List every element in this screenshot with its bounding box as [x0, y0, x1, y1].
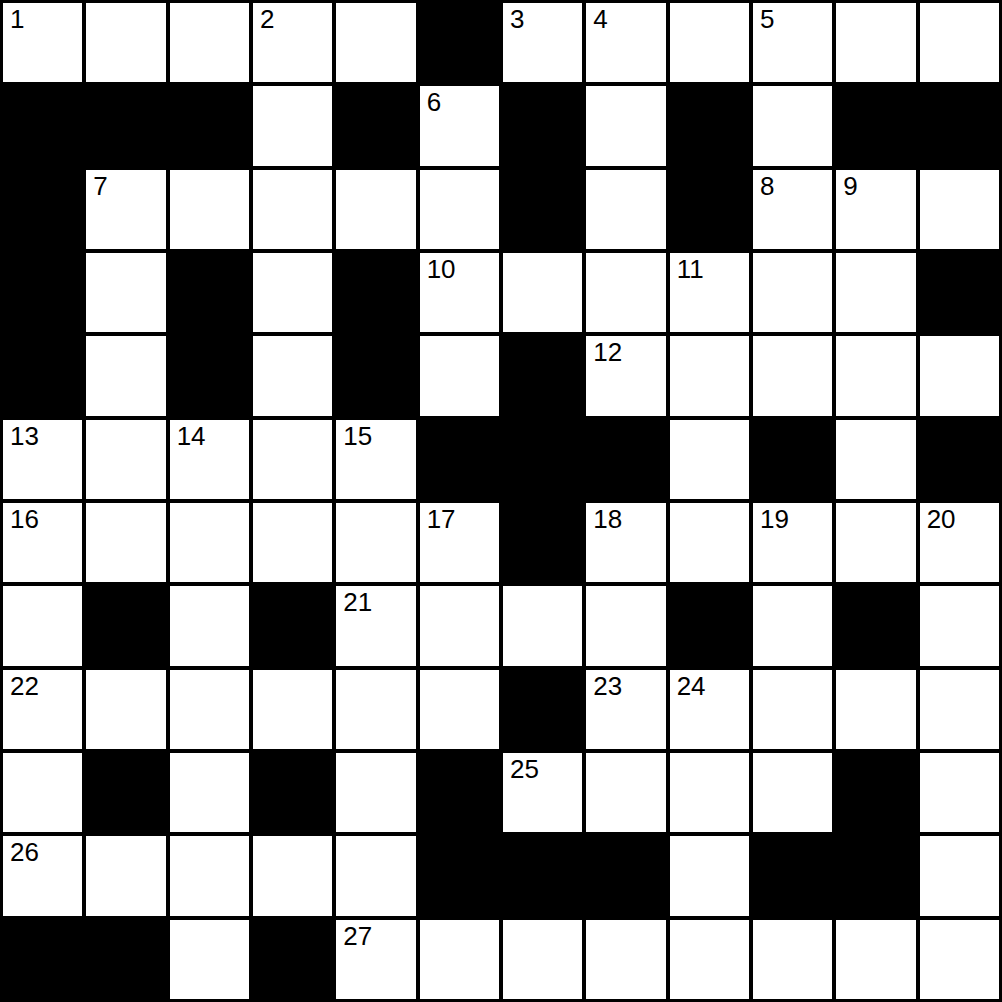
blocked-cell-r4c6 — [503, 336, 582, 415]
blocked-cell-r5c11 — [920, 420, 999, 499]
clue-number: 26 — [10, 838, 39, 867]
blocked-cell-r4c4 — [336, 336, 415, 415]
cell-r0c2[interactable] — [170, 3, 249, 82]
clue-number: 25 — [510, 755, 539, 784]
clue-number: 18 — [593, 505, 622, 534]
clue-number: 2 — [260, 5, 274, 34]
blocked-cell-r9c1 — [86, 753, 165, 832]
blocked-cell-r10c9 — [753, 836, 832, 915]
blocked-cell-r1c10 — [836, 86, 915, 165]
cell-r3c5[interactable]: 10 — [420, 253, 499, 332]
cell-r11c2[interactable] — [170, 920, 249, 999]
cell-r5c10[interactable] — [836, 420, 915, 499]
blocked-cell-r1c11 — [920, 86, 999, 165]
clue-number: 27 — [343, 922, 372, 951]
cell-r10c4[interactable] — [336, 836, 415, 915]
clue-number: 9 — [843, 172, 857, 201]
cell-r9c11[interactable] — [920, 753, 999, 832]
cell-r3c9[interactable] — [753, 253, 832, 332]
blocked-cell-r4c2 — [170, 336, 249, 415]
cell-r3c10[interactable] — [836, 253, 915, 332]
blocked-cell-r7c10 — [836, 586, 915, 665]
clue-number: 17 — [427, 505, 456, 534]
cell-r0c11[interactable] — [920, 3, 999, 82]
cell-r4c10[interactable] — [836, 336, 915, 415]
blocked-cell-r3c0 — [3, 253, 82, 332]
cell-r8c7[interactable]: 23 — [586, 670, 665, 749]
cell-r8c11[interactable] — [920, 670, 999, 749]
cell-r7c2[interactable] — [170, 586, 249, 665]
cell-r9c8[interactable] — [670, 753, 749, 832]
cell-r6c8[interactable] — [670, 503, 749, 582]
cell-r5c8[interactable] — [670, 420, 749, 499]
cell-r0c8[interactable] — [670, 3, 749, 82]
blocked-cell-r5c5 — [420, 420, 499, 499]
cell-r4c7[interactable]: 12 — [586, 336, 665, 415]
cell-r1c3[interactable] — [253, 86, 332, 165]
clue-number: 10 — [427, 255, 456, 284]
cell-r4c5[interactable] — [420, 336, 499, 415]
cell-r3c6[interactable] — [503, 253, 582, 332]
cell-r0c10[interactable] — [836, 3, 915, 82]
clue-number: 24 — [677, 672, 706, 701]
cell-r6c7[interactable]: 18 — [586, 503, 665, 582]
cell-r9c7[interactable] — [586, 753, 665, 832]
cell-r8c2[interactable] — [170, 670, 249, 749]
cell-r6c2[interactable] — [170, 503, 249, 582]
cell-r3c3[interactable] — [253, 253, 332, 332]
cell-r1c5[interactable]: 6 — [420, 86, 499, 165]
cell-r6c5[interactable]: 17 — [420, 503, 499, 582]
cell-r2c5[interactable] — [420, 170, 499, 249]
cell-r0c1[interactable] — [86, 3, 165, 82]
cell-r1c9[interactable] — [753, 86, 832, 165]
cell-r10c0[interactable]: 26 — [3, 836, 82, 915]
cell-r9c2[interactable] — [170, 753, 249, 832]
cell-r6c4[interactable] — [336, 503, 415, 582]
cell-r2c7[interactable] — [586, 170, 665, 249]
cell-r0c4[interactable] — [336, 3, 415, 82]
cell-r8c1[interactable] — [86, 670, 165, 749]
cell-r9c4[interactable] — [336, 753, 415, 832]
clue-number: 21 — [343, 588, 372, 617]
blocked-cell-r7c3 — [253, 586, 332, 665]
cell-r11c6[interactable] — [503, 920, 582, 999]
cell-r8c3[interactable] — [253, 670, 332, 749]
cell-r0c0[interactable]: 1 — [3, 3, 82, 82]
blocked-cell-r5c6 — [503, 420, 582, 499]
blocked-cell-r4c0 — [3, 336, 82, 415]
cell-r2c1[interactable]: 7 — [86, 170, 165, 249]
cell-r11c5[interactable] — [420, 920, 499, 999]
cell-r8c5[interactable] — [420, 670, 499, 749]
cell-r2c2[interactable] — [170, 170, 249, 249]
cell-r10c3[interactable] — [253, 836, 332, 915]
cell-r9c0[interactable] — [3, 753, 82, 832]
cell-r8c4[interactable] — [336, 670, 415, 749]
cell-r6c1[interactable] — [86, 503, 165, 582]
blocked-cell-r10c6 — [503, 836, 582, 915]
clue-number: 6 — [427, 88, 441, 117]
blocked-cell-r5c9 — [753, 420, 832, 499]
cell-r7c11[interactable] — [920, 586, 999, 665]
cell-r10c1[interactable] — [86, 836, 165, 915]
clue-number: 11 — [677, 255, 704, 284]
blocked-cell-r11c1 — [86, 920, 165, 999]
clue-number: 7 — [93, 172, 107, 201]
blocked-cell-r2c0 — [3, 170, 82, 249]
cell-r5c3[interactable] — [253, 420, 332, 499]
blocked-cell-r1c1 — [86, 86, 165, 165]
blocked-cell-r3c4 — [336, 253, 415, 332]
cell-r6c9[interactable]: 19 — [753, 503, 832, 582]
clue-number: 20 — [927, 505, 956, 534]
cell-r2c4[interactable] — [336, 170, 415, 249]
cell-r2c3[interactable] — [253, 170, 332, 249]
cell-r11c8[interactable] — [670, 920, 749, 999]
cell-r4c1[interactable] — [86, 336, 165, 415]
cell-r11c10[interactable] — [836, 920, 915, 999]
cell-r3c1[interactable] — [86, 253, 165, 332]
cell-r3c8[interactable]: 11 — [670, 253, 749, 332]
cell-r6c0[interactable]: 16 — [3, 503, 82, 582]
blocked-cell-r9c5 — [420, 753, 499, 832]
blocked-cell-r0c5 — [420, 3, 499, 82]
clue-number: 12 — [593, 338, 622, 367]
cell-r11c11[interactable] — [920, 920, 999, 999]
blocked-cell-r2c6 — [503, 170, 582, 249]
clue-number: 19 — [760, 505, 789, 534]
clue-number: 15 — [343, 422, 372, 451]
blocked-cell-r3c11 — [920, 253, 999, 332]
blocked-cell-r9c10 — [836, 753, 915, 832]
blocked-cell-r1c2 — [170, 86, 249, 165]
cell-r5c2[interactable]: 14 — [170, 420, 249, 499]
clue-number: 1 — [10, 5, 24, 34]
cell-r11c7[interactable] — [586, 920, 665, 999]
cell-r7c6[interactable] — [503, 586, 582, 665]
cell-r10c2[interactable] — [170, 836, 249, 915]
crossword-grid: 1234567891011121314151617181920212223242… — [0, 0, 1002, 1002]
cell-r2c10[interactable]: 9 — [836, 170, 915, 249]
cell-r7c5[interactable] — [420, 586, 499, 665]
cell-r0c3[interactable]: 2 — [253, 3, 332, 82]
blocked-cell-r10c5 — [420, 836, 499, 915]
clue-number: 14 — [177, 422, 206, 451]
cell-r6c10[interactable] — [836, 503, 915, 582]
blocked-cell-r1c6 — [503, 86, 582, 165]
cell-r2c9[interactable]: 8 — [753, 170, 832, 249]
blocked-cell-r9c3 — [253, 753, 332, 832]
clue-number: 5 — [760, 5, 774, 34]
blocked-cell-r2c8 — [670, 170, 749, 249]
cell-r8c9[interactable] — [753, 670, 832, 749]
cell-r7c0[interactable] — [3, 586, 82, 665]
cell-r11c4[interactable]: 27 — [336, 920, 415, 999]
cell-r5c0[interactable]: 13 — [3, 420, 82, 499]
cell-r4c11[interactable] — [920, 336, 999, 415]
cell-r9c6[interactable]: 25 — [503, 753, 582, 832]
cell-r4c8[interactable] — [670, 336, 749, 415]
blocked-cell-r7c8 — [670, 586, 749, 665]
cell-r4c3[interactable] — [253, 336, 332, 415]
blocked-cell-r8c6 — [503, 670, 582, 749]
cell-r4c9[interactable] — [753, 336, 832, 415]
blocked-cell-r11c0 — [3, 920, 82, 999]
cell-r7c4[interactable]: 21 — [336, 586, 415, 665]
cell-r0c7[interactable]: 4 — [586, 3, 665, 82]
cell-r10c8[interactable] — [670, 836, 749, 915]
clue-number: 8 — [760, 172, 774, 201]
cell-r5c1[interactable] — [86, 420, 165, 499]
cell-r6c11[interactable]: 20 — [920, 503, 999, 582]
cell-r8c8[interactable]: 24 — [670, 670, 749, 749]
clue-number: 22 — [10, 672, 39, 701]
cell-r3c7[interactable] — [586, 253, 665, 332]
cell-r6c3[interactable] — [253, 503, 332, 582]
clue-number: 13 — [10, 422, 39, 451]
cell-r7c7[interactable] — [586, 586, 665, 665]
cell-r0c6[interactable]: 3 — [503, 3, 582, 82]
cell-r11c9[interactable] — [753, 920, 832, 999]
cell-r5c4[interactable]: 15 — [336, 420, 415, 499]
cell-r7c9[interactable] — [753, 586, 832, 665]
cell-r0c9[interactable]: 5 — [753, 3, 832, 82]
blocked-cell-r5c7 — [586, 420, 665, 499]
cell-r8c0[interactable]: 22 — [3, 670, 82, 749]
cell-r1c7[interactable] — [586, 86, 665, 165]
clue-number: 4 — [593, 5, 607, 34]
clue-number: 23 — [593, 672, 622, 701]
cell-r8c10[interactable] — [836, 670, 915, 749]
cell-r2c11[interactable] — [920, 170, 999, 249]
blocked-cell-r3c2 — [170, 253, 249, 332]
cell-r9c9[interactable] — [753, 753, 832, 832]
blocked-cell-r6c6 — [503, 503, 582, 582]
blocked-cell-r1c0 — [3, 86, 82, 165]
blocked-cell-r10c7 — [586, 836, 665, 915]
clue-number: 3 — [510, 5, 524, 34]
blocked-cell-r10c10 — [836, 836, 915, 915]
cell-r10c11[interactable] — [920, 836, 999, 915]
clue-number: 16 — [10, 505, 39, 534]
blocked-cell-r11c3 — [253, 920, 332, 999]
blocked-cell-r1c4 — [336, 86, 415, 165]
blocked-cell-r1c8 — [670, 86, 749, 165]
blocked-cell-r7c1 — [86, 586, 165, 665]
